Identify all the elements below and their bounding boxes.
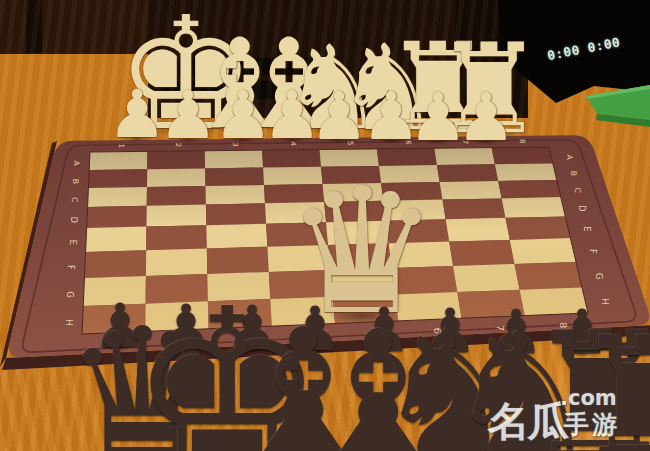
chess-3d-scene: 0:00 0:00 AABBCCDDEEFFGGHH11223344556677…	[0, 0, 650, 451]
pieces-layer: ♚♝♝♞♞♜♜♟♟♟♟♟♟♟♟♛♟♟♟♟♟♟♟♟♛♚♝♝♞♞♜♜	[0, 0, 650, 451]
piece-white-pawn[interactable]: ♟	[158, 91, 217, 141]
piece-black-rook[interactable]: ♜	[571, 336, 650, 451]
piece-white-pawn[interactable]: ♟	[456, 93, 515, 143]
piece-white-pawn[interactable]: ♟	[309, 92, 368, 142]
